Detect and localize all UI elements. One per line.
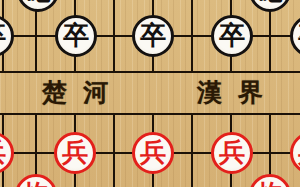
piece-glyph: 炮 — [257, 181, 283, 187]
piece-red-cannon[interactable]: 炮 — [15, 174, 57, 187]
grid-line — [0, 113, 300, 115]
piece-glyph: 卒 — [0, 22, 6, 48]
piece-black-soldier[interactable]: 卒 — [132, 15, 174, 57]
piece-glyph: 炮 — [23, 181, 49, 187]
piece-glyph: 兵 — [0, 139, 6, 165]
piece-glyph: 兵 — [140, 139, 166, 165]
grid-line — [113, 114, 115, 187]
piece-black-soldier[interactable]: 卒 — [290, 15, 300, 57]
piece-red-soldier[interactable]: 兵 — [132, 132, 174, 174]
river-text-chu-he: 楚河 — [42, 79, 124, 107]
piece-black-soldier[interactable]: 卒 — [211, 15, 253, 57]
piece-black-soldier[interactable]: 卒 — [55, 15, 97, 57]
piece-red-soldier[interactable]: 兵 — [211, 132, 253, 174]
piece-red-soldier[interactable]: 兵 — [54, 132, 96, 174]
piece-black-soldier[interactable]: 卒 — [0, 15, 14, 57]
grid-line — [191, 114, 193, 187]
piece-glyph: 卒 — [219, 22, 245, 48]
piece-black-cannon[interactable]: 砲 — [249, 0, 291, 12]
piece-glyph: 兵 — [62, 139, 88, 165]
piece-red-soldier[interactable]: 兵 — [290, 132, 300, 174]
piece-red-cannon[interactable]: 炮 — [249, 174, 291, 187]
piece-glyph: 兵 — [219, 139, 245, 165]
piece-glyph: 砲 — [25, 0, 51, 3]
piece-black-cannon[interactable]: 砲 — [17, 0, 59, 12]
piece-glyph: 砲 — [257, 0, 283, 3]
piece-red-soldier[interactable]: 兵 — [0, 132, 14, 174]
piece-glyph: 卒 — [298, 22, 300, 48]
piece-glyph: 兵 — [298, 139, 300, 165]
xiangqi-board[interactable]: 楚河 漢界 砲砲卒卒卒卒卒兵兵兵兵兵炮炮 — [0, 0, 300, 187]
piece-glyph: 卒 — [140, 22, 166, 48]
grid-line — [0, 71, 300, 73]
piece-glyph: 卒 — [63, 22, 89, 48]
river-text-han-jie: 漢界 — [197, 79, 279, 107]
